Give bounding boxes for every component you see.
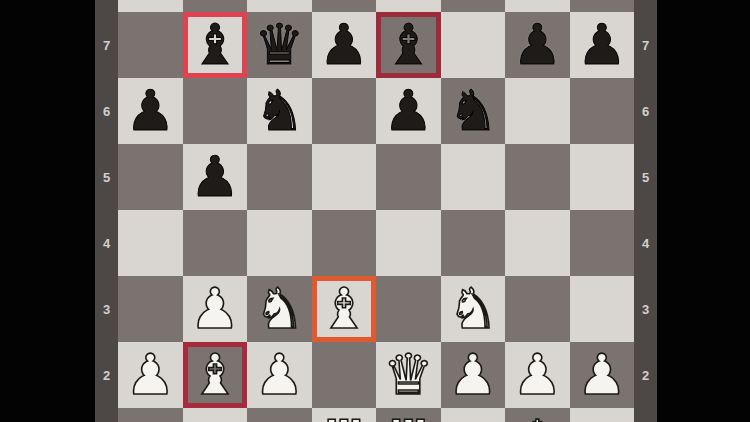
square-b6[interactable] — [183, 78, 248, 144]
square-d6[interactable] — [312, 78, 377, 144]
square-e4[interactable] — [376, 210, 441, 276]
square-b7[interactable]: ♝ — [183, 12, 248, 78]
square-c6[interactable]: ♞ — [247, 78, 312, 144]
white-pawn-b3[interactable]: ♟ — [190, 276, 240, 342]
square-e1[interactable]: ♜ — [376, 408, 441, 422]
square-b3[interactable]: ♟ — [183, 276, 248, 342]
square-g2[interactable]: ♟ — [505, 342, 570, 408]
black-pawn-h7[interactable]: ♟ — [577, 12, 627, 78]
square-h5[interactable] — [570, 144, 635, 210]
square-c8[interactable] — [247, 0, 312, 12]
square-a1[interactable] — [118, 408, 183, 422]
square-a3[interactable] — [118, 276, 183, 342]
square-h4[interactable] — [570, 210, 635, 276]
square-f6[interactable]: ♞ — [441, 78, 506, 144]
square-a6[interactable]: ♟ — [118, 78, 183, 144]
square-h1[interactable] — [570, 408, 635, 422]
square-g8[interactable]: ♚ — [505, 0, 570, 12]
square-b8[interactable] — [183, 0, 248, 12]
square-c3[interactable]: ♞ — [247, 276, 312, 342]
square-a5[interactable] — [118, 144, 183, 210]
square-e8[interactable] — [376, 0, 441, 12]
square-g6[interactable] — [505, 78, 570, 144]
rank-label-2-left: 2 — [95, 368, 118, 383]
rank-label-5-right: 5 — [634, 170, 657, 185]
square-b4[interactable] — [183, 210, 248, 276]
square-e3[interactable] — [376, 276, 441, 342]
square-g5[interactable] — [505, 144, 570, 210]
square-c1[interactable] — [247, 408, 312, 422]
black-king-g8[interactable]: ♚ — [512, 0, 562, 12]
white-pawn-h2[interactable]: ♟ — [577, 342, 627, 408]
rank-label-4-left: 4 — [95, 236, 118, 251]
black-pawn-a6[interactable]: ♟ — [125, 78, 175, 144]
white-queen-e2[interactable]: ♛ — [383, 342, 433, 408]
square-e6[interactable]: ♟ — [376, 78, 441, 144]
rank-coordinates-left: 765432 — [95, 0, 118, 422]
square-h2[interactable]: ♟ — [570, 342, 635, 408]
white-rook-d1[interactable]: ♜ — [319, 408, 369, 422]
square-f2[interactable]: ♟ — [441, 342, 506, 408]
square-g3[interactable] — [505, 276, 570, 342]
square-d8[interactable]: ♜ — [312, 0, 377, 12]
black-bishop-e7[interactable]: ♝ — [383, 12, 433, 78]
white-pawn-f2[interactable]: ♟ — [448, 342, 498, 408]
black-rook-d8[interactable]: ♜ — [319, 0, 369, 12]
square-b1[interactable] — [183, 408, 248, 422]
white-pawn-g2[interactable]: ♟ — [512, 342, 562, 408]
square-h3[interactable] — [570, 276, 635, 342]
square-e7[interactable]: ♝ — [376, 12, 441, 78]
rank-label-3-right: 3 — [634, 302, 657, 317]
black-knight-c6[interactable]: ♞ — [254, 78, 304, 144]
square-g1[interactable]: ♚ — [505, 408, 570, 422]
square-a8[interactable]: ♜ — [118, 0, 183, 12]
white-knight-f3[interactable]: ♞ — [448, 276, 498, 342]
rank-label-3-left: 3 — [95, 302, 118, 317]
square-h8[interactable] — [570, 0, 635, 12]
square-b2[interactable]: ♝ — [183, 342, 248, 408]
square-d1[interactable]: ♜ — [312, 408, 377, 422]
square-g4[interactable] — [505, 210, 570, 276]
square-g7[interactable]: ♟ — [505, 12, 570, 78]
square-h6[interactable] — [570, 78, 635, 144]
square-h7[interactable]: ♟ — [570, 12, 635, 78]
square-e2[interactable]: ♛ — [376, 342, 441, 408]
chess-board: ♜♜♚♝♛♟♝♟♟♟♞♟♞♟♟♞♝♞♟♝♟♛♟♟♟♜♜♚ — [118, 0, 634, 422]
white-king-g1[interactable]: ♚ — [512, 408, 562, 422]
black-pawn-b5[interactable]: ♟ — [190, 144, 240, 210]
square-d7[interactable]: ♟ — [312, 12, 377, 78]
square-c7[interactable]: ♛ — [247, 12, 312, 78]
rank-label-7-right: 7 — [634, 38, 657, 53]
square-a7[interactable] — [118, 12, 183, 78]
rank-label-4-right: 4 — [634, 236, 657, 251]
chess-video-frame: 765432 ♜♜♚♝♛♟♝♟♟♟♞♟♞♟♟♞♝♞♟♝♟♛♟♟♟♜♜♚ 7654… — [0, 0, 750, 422]
rank-label-6-right: 6 — [634, 104, 657, 119]
square-e5[interactable] — [376, 144, 441, 210]
square-f5[interactable] — [441, 144, 506, 210]
square-a4[interactable] — [118, 210, 183, 276]
rank-label-7-left: 7 — [95, 38, 118, 53]
square-c5[interactable] — [247, 144, 312, 210]
white-knight-c3[interactable]: ♞ — [254, 276, 304, 342]
black-pawn-d7[interactable]: ♟ — [319, 12, 369, 78]
rank-label-2-right: 2 — [634, 368, 657, 383]
square-f4[interactable] — [441, 210, 506, 276]
white-rook-e1[interactable]: ♜ — [383, 408, 433, 422]
black-rook-a8[interactable]: ♜ — [125, 0, 175, 12]
square-a2[interactable]: ♟ — [118, 342, 183, 408]
black-knight-f6[interactable]: ♞ — [448, 78, 498, 144]
black-pawn-e6[interactable]: ♟ — [383, 78, 433, 144]
black-queen-c7[interactable]: ♛ — [254, 12, 304, 78]
black-bishop-b7[interactable]: ♝ — [190, 12, 240, 78]
square-f7[interactable] — [441, 12, 506, 78]
rank-label-5-left: 5 — [95, 170, 118, 185]
square-c4[interactable] — [247, 210, 312, 276]
square-c2[interactable]: ♟ — [247, 342, 312, 408]
square-b5[interactable]: ♟ — [183, 144, 248, 210]
square-d2[interactable] — [312, 342, 377, 408]
black-pawn-g7[interactable]: ♟ — [512, 12, 562, 78]
square-d5[interactable] — [312, 144, 377, 210]
square-f8[interactable] — [441, 0, 506, 12]
rank-coordinates-right: 765432 — [634, 0, 657, 422]
square-d4[interactable] — [312, 210, 377, 276]
square-d3[interactable]: ♝ — [312, 276, 377, 342]
white-bishop-b2[interactable]: ♝ — [190, 342, 240, 408]
square-f1[interactable] — [441, 408, 506, 422]
white-pawn-c2[interactable]: ♟ — [254, 342, 304, 408]
square-f3[interactable]: ♞ — [441, 276, 506, 342]
rank-label-6-left: 6 — [95, 104, 118, 119]
white-pawn-a2[interactable]: ♟ — [125, 342, 175, 408]
white-bishop-d3[interactable]: ♝ — [319, 276, 369, 342]
